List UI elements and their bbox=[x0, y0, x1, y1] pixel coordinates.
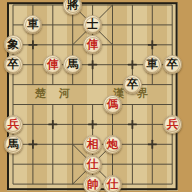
piece-red-advisor[interactable]: 仕 bbox=[103, 175, 122, 192]
piece-red-soldier[interactable]: 兵 bbox=[163, 115, 182, 134]
piece-black-soldier[interactable]: 卒 bbox=[4, 55, 23, 74]
piece-red-horse[interactable]: 傌 bbox=[103, 95, 122, 114]
piece-red-soldier[interactable]: 兵 bbox=[4, 115, 23, 134]
piece-black-soldier[interactable]: 卒 bbox=[123, 75, 142, 94]
xiangqi-board[interactable]: 楚河 漢界 將車士象俥卒俥馬車卒卒傌兵兵馬相炮仕帥仕 bbox=[0, 0, 192, 192]
piece-red-general[interactable]: 帥 bbox=[83, 175, 102, 192]
piece-black-chariot[interactable]: 車 bbox=[143, 55, 162, 74]
piece-black-elephant[interactable]: 象 bbox=[4, 35, 23, 54]
piece-red-cannon[interactable]: 炮 bbox=[103, 135, 122, 154]
piece-red-elephant[interactable]: 相 bbox=[83, 135, 102, 154]
piece-black-soldier[interactable]: 卒 bbox=[163, 55, 182, 74]
river-label-chu-he: 楚河 bbox=[35, 87, 83, 101]
piece-black-horse[interactable]: 馬 bbox=[4, 135, 23, 154]
piece-red-advisor[interactable]: 仕 bbox=[83, 155, 102, 174]
